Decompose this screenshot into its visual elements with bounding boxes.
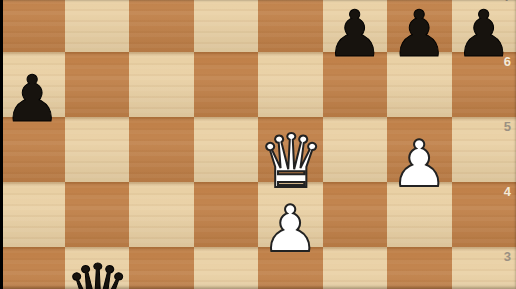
black-pawn[interactable]: ♟	[387, 2, 452, 66]
square-f7[interactable]: ♟	[323, 0, 388, 52]
square-c6[interactable]	[129, 52, 194, 117]
square-g3[interactable]	[387, 247, 452, 289]
square-b7[interactable]	[65, 0, 130, 52]
square-b4[interactable]	[65, 182, 130, 247]
square-b5[interactable]	[65, 117, 130, 182]
square-f5[interactable]	[323, 117, 388, 182]
square-h5[interactable]: 5	[452, 117, 516, 182]
square-d7[interactable]	[194, 0, 259, 52]
square-a7[interactable]	[0, 0, 65, 52]
rank-label-4: 4	[504, 185, 511, 198]
black-pawn[interactable]: ♟	[0, 67, 65, 131]
square-c4[interactable]	[129, 182, 194, 247]
square-c5[interactable]	[129, 117, 194, 182]
square-f3[interactable]	[323, 247, 388, 289]
square-e6[interactable]	[258, 52, 323, 117]
square-a4[interactable]	[0, 182, 65, 247]
rank-label-7: 7	[504, 0, 511, 3]
square-b3[interactable]: ♛	[65, 247, 130, 289]
square-h7[interactable]: 7♟	[452, 0, 516, 52]
square-d3[interactable]	[194, 247, 259, 289]
white-pawn[interactable]: ♟	[387, 132, 452, 196]
square-f4[interactable]	[323, 182, 388, 247]
square-d6[interactable]	[194, 52, 259, 117]
square-c3[interactable]	[129, 247, 194, 289]
rank-label-6: 6	[504, 55, 511, 68]
chess-board: 8♟♟7♟♟6♛♟5♟4♛321	[0, 0, 516, 289]
square-b6[interactable]	[65, 52, 130, 117]
rank-label-3: 3	[504, 250, 511, 263]
square-e7[interactable]	[258, 0, 323, 52]
square-a3[interactable]	[0, 247, 65, 289]
black-pawn[interactable]: ♟	[323, 2, 388, 66]
square-a6[interactable]: ♟	[0, 52, 65, 117]
square-d4[interactable]	[194, 182, 259, 247]
square-g5[interactable]: ♟	[387, 117, 452, 182]
square-e4[interactable]: ♟	[258, 182, 323, 247]
white-pawn[interactable]: ♟	[258, 197, 323, 261]
square-g7[interactable]: ♟	[387, 0, 452, 52]
rank-label-5: 5	[504, 120, 511, 133]
chess-video-frame: 8♟♟7♟♟6♛♟5♟4♛321	[0, 0, 516, 289]
white-queen[interactable]: ♛	[258, 124, 323, 198]
square-e5[interactable]: ♛	[258, 117, 323, 182]
square-c7[interactable]	[129, 0, 194, 52]
black-queen[interactable]: ♛	[65, 254, 130, 289]
square-h4[interactable]: 4	[452, 182, 516, 247]
square-d5[interactable]	[194, 117, 259, 182]
letterbox-strip	[0, 0, 3, 289]
square-h3[interactable]: 3	[452, 247, 516, 289]
